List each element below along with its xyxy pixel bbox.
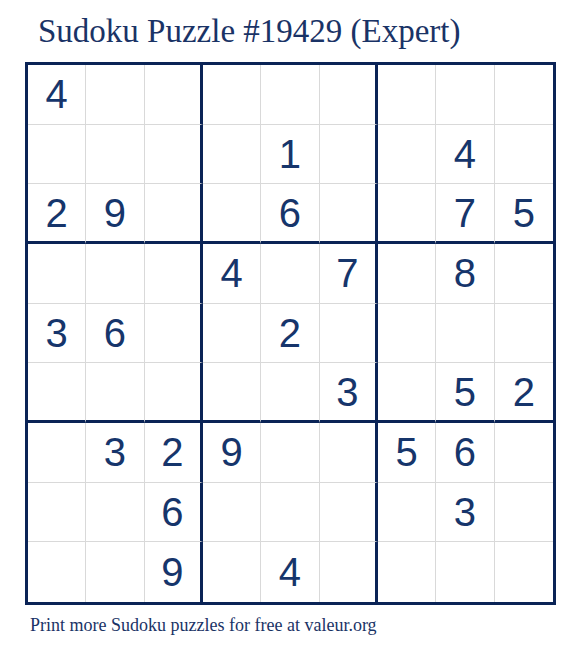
- sudoku-cell: [145, 125, 203, 185]
- sudoku-cell: [203, 65, 261, 125]
- sudoku-cell: [261, 423, 319, 483]
- footer-note: Print more Sudoku puzzles for free at va…: [30, 615, 377, 637]
- sudoku-cell: 4: [436, 125, 494, 185]
- sudoku-cell: 5: [495, 184, 553, 244]
- sudoku-cell: [261, 244, 319, 304]
- sudoku-cell: [203, 483, 261, 543]
- sudoku-cell: 2: [261, 304, 319, 364]
- sudoku-cell: 2: [145, 423, 203, 483]
- sudoku-cell: [378, 125, 436, 185]
- sudoku-cell: 7: [436, 184, 494, 244]
- sudoku-cell: [86, 65, 144, 125]
- sudoku-cell: 3: [436, 483, 494, 543]
- sudoku-cell: 6: [261, 184, 319, 244]
- sudoku-cell: [378, 65, 436, 125]
- sudoku-cell: 4: [28, 65, 86, 125]
- sudoku-cell: 6: [145, 483, 203, 543]
- sudoku-cell: [261, 65, 319, 125]
- sudoku-cell: [28, 363, 86, 423]
- sudoku-cell: [203, 363, 261, 423]
- sudoku-cell: 2: [495, 363, 553, 423]
- sudoku-cell: [86, 483, 144, 543]
- sudoku-cell: [495, 423, 553, 483]
- sudoku-cell: [436, 304, 494, 364]
- sudoku-cell: [320, 423, 378, 483]
- sudoku-board: 41429675478362352329566394: [25, 62, 556, 605]
- sudoku-cell: [320, 542, 378, 602]
- sudoku-cell: [145, 65, 203, 125]
- sudoku-cell: [378, 244, 436, 304]
- sudoku-cell: [261, 483, 319, 543]
- sudoku-cell: [320, 184, 378, 244]
- sudoku-cell: 3: [320, 363, 378, 423]
- sudoku-cell: [145, 363, 203, 423]
- sudoku-cell: [436, 542, 494, 602]
- sudoku-cell: [28, 423, 86, 483]
- sudoku-cell: 5: [436, 363, 494, 423]
- sudoku-cell: [320, 125, 378, 185]
- sudoku-cell: [203, 125, 261, 185]
- sudoku-cell: [203, 184, 261, 244]
- sudoku-cell: 4: [261, 542, 319, 602]
- sudoku-cell: [378, 304, 436, 364]
- sudoku-cell: 6: [86, 304, 144, 364]
- sudoku-cell: [495, 65, 553, 125]
- sudoku-cell: [495, 542, 553, 602]
- sudoku-cell: 3: [86, 423, 144, 483]
- sudoku-cell: [495, 244, 553, 304]
- sudoku-cell: 4: [203, 244, 261, 304]
- sudoku-cell: 5: [378, 423, 436, 483]
- sudoku-cell: [320, 65, 378, 125]
- sudoku-cell: [436, 65, 494, 125]
- sudoku-cell: [378, 363, 436, 423]
- sudoku-cell: [378, 542, 436, 602]
- sudoku-cell: [86, 125, 144, 185]
- page-title: Sudoku Puzzle #19429 (Expert): [38, 12, 461, 52]
- sudoku-cell: 3: [28, 304, 86, 364]
- sudoku-cell: 8: [436, 244, 494, 304]
- sudoku-cell: [495, 125, 553, 185]
- sudoku-cell: [378, 483, 436, 543]
- sudoku-cell: 2: [28, 184, 86, 244]
- sudoku-cell: 6: [436, 423, 494, 483]
- sudoku-cell: [320, 304, 378, 364]
- sudoku-cell: [203, 304, 261, 364]
- sudoku-cell: [86, 244, 144, 304]
- sudoku-cell: [145, 244, 203, 304]
- sudoku-cell: [495, 304, 553, 364]
- sudoku-cell: [28, 244, 86, 304]
- sudoku-cell: [203, 542, 261, 602]
- sudoku-cell: [28, 542, 86, 602]
- sudoku-cell: [145, 184, 203, 244]
- sudoku-cell: 9: [203, 423, 261, 483]
- sudoku-cell: [145, 304, 203, 364]
- sudoku-cell: 9: [145, 542, 203, 602]
- sudoku-cell: 7: [320, 244, 378, 304]
- sudoku-cell: [86, 542, 144, 602]
- sudoku-cell: [320, 483, 378, 543]
- sudoku-cell: [28, 483, 86, 543]
- sudoku-cell: [261, 363, 319, 423]
- sudoku-cell: 9: [86, 184, 144, 244]
- sudoku-cell: 1: [261, 125, 319, 185]
- sudoku-cell: [28, 125, 86, 185]
- sudoku-cell: [378, 184, 436, 244]
- sudoku-cell: [495, 483, 553, 543]
- sudoku-cell: [86, 363, 144, 423]
